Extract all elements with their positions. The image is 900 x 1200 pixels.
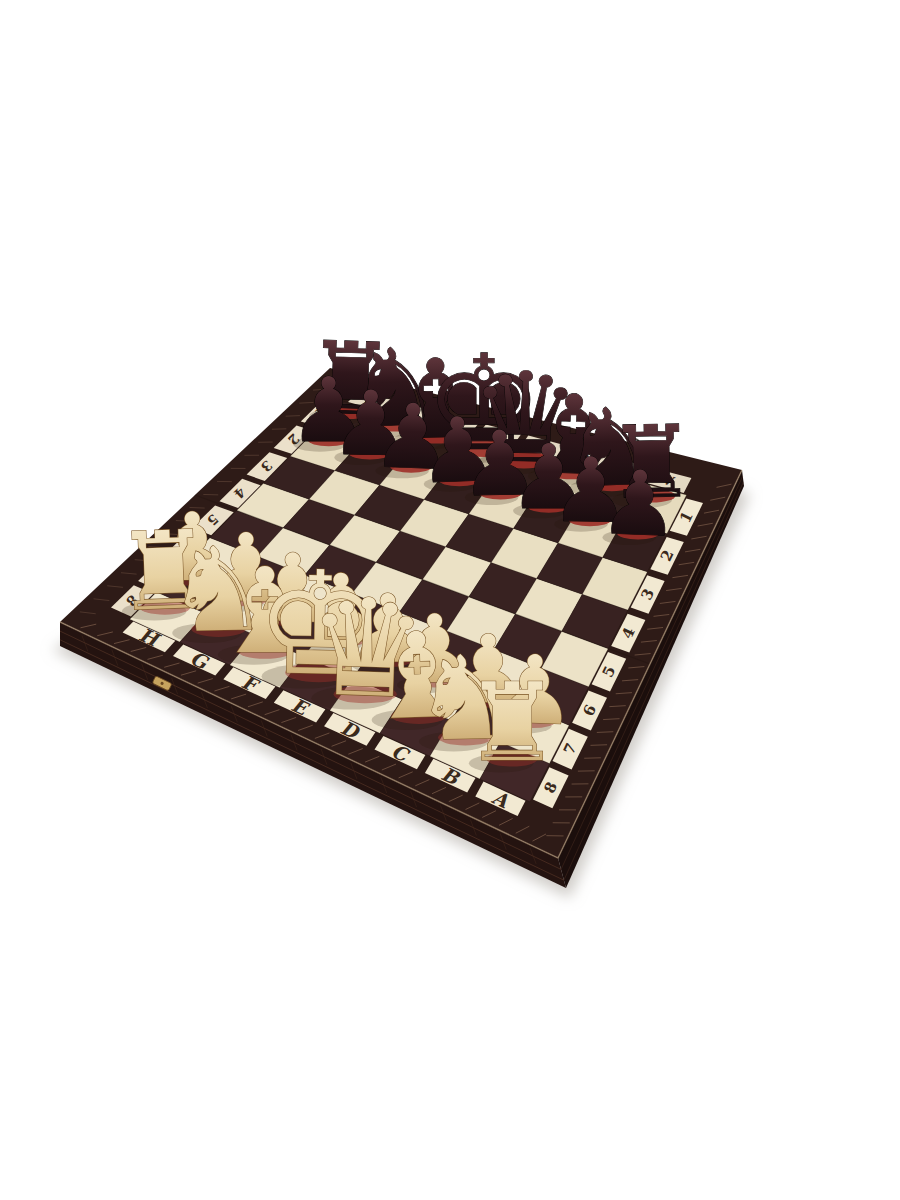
chess-set-photo: HHGGFFEEDDCCBBAA8877665544332211♜♞♝♟♚♟♛♟… — [0, 0, 900, 1200]
piece-glyph: ♜ — [464, 660, 560, 785]
piece-black-pawn-a7: ♟ — [597, 450, 680, 557]
right-band-carving — [591, 745, 608, 746]
board-photo-svg: HHGGFFEEDDCCBBAA8877665544332211♜♞♝♟♚♟♛♟… — [0, 0, 900, 1200]
piece-white-rook-a1: ♜ — [464, 660, 560, 785]
piece-glyph: ♟ — [597, 450, 680, 557]
